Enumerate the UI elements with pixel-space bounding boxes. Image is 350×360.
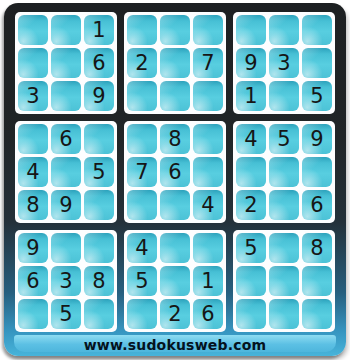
sudoku-box-1: 1639 <box>15 12 117 114</box>
sudoku-cell-r4c6[interactable] <box>193 124 223 154</box>
sudoku-cell-r9c9[interactable] <box>302 299 332 329</box>
sudoku-cell-r5c5[interactable]: 6 <box>160 157 190 187</box>
sudoku-cell-r5c7[interactable] <box>236 157 266 187</box>
sudoku-cell-r1c9[interactable] <box>302 15 332 45</box>
sudoku-cell-r8c4[interactable]: 5 <box>127 266 157 296</box>
sudoku-cell-r2c9[interactable] <box>302 48 332 78</box>
sudoku-cell-r5c2[interactable] <box>51 157 81 187</box>
sudoku-cell-r5c3[interactable]: 5 <box>84 157 114 187</box>
sudoku-cell-r3c3[interactable]: 9 <box>84 81 114 111</box>
sudoku-cell-r2c3[interactable]: 6 <box>84 48 114 78</box>
sudoku-box-8: 45126 <box>124 230 226 332</box>
sudoku-page: 163927931564589876445926963854512658 www… <box>0 0 350 360</box>
sudoku-cell-r2c7[interactable]: 9 <box>236 48 266 78</box>
sudoku-cell-r5c1[interactable]: 4 <box>18 157 48 187</box>
sudoku-box-5: 8764 <box>124 121 226 223</box>
sudoku-cell-r4c5[interactable]: 8 <box>160 124 190 154</box>
sudoku-cell-r8c9[interactable] <box>302 266 332 296</box>
sudoku-cell-r8c6[interactable]: 1 <box>193 266 223 296</box>
sudoku-cell-r2c2[interactable] <box>51 48 81 78</box>
sudoku-cell-r3c8[interactable] <box>269 81 299 111</box>
sudoku-cell-r8c3[interactable]: 8 <box>84 266 114 296</box>
sudoku-cell-r6c7[interactable]: 2 <box>236 190 266 220</box>
sudoku-cell-r7c1[interactable]: 9 <box>18 233 48 263</box>
website-link[interactable]: www.sudokusweb.com <box>84 337 267 354</box>
sudoku-cell-r1c8[interactable] <box>269 15 299 45</box>
sudoku-cell-r8c7[interactable] <box>236 266 266 296</box>
sudoku-cell-r5c8[interactable] <box>269 157 299 187</box>
sudoku-cell-r6c5[interactable] <box>160 190 190 220</box>
sudoku-cell-r4c1[interactable] <box>18 124 48 154</box>
sudoku-cell-r7c9[interactable]: 8 <box>302 233 332 263</box>
sudoku-cell-r9c5[interactable]: 2 <box>160 299 190 329</box>
sudoku-box-4: 64589 <box>15 121 117 223</box>
sudoku-cell-r1c3[interactable]: 1 <box>84 15 114 45</box>
sudoku-cell-r7c3[interactable] <box>84 233 114 263</box>
sudoku-box-6: 45926 <box>233 121 335 223</box>
sudoku-cell-r3c7[interactable]: 1 <box>236 81 266 111</box>
sudoku-cell-r5c9[interactable] <box>302 157 332 187</box>
sudoku-cell-r2c8[interactable]: 3 <box>269 48 299 78</box>
sudoku-cell-r4c2[interactable]: 6 <box>51 124 81 154</box>
sudoku-board: 163927931564589876445926963854512658 <box>15 12 335 332</box>
sudoku-cell-r7c2[interactable] <box>51 233 81 263</box>
sudoku-box-2: 27 <box>124 12 226 114</box>
sudoku-cell-r8c8[interactable] <box>269 266 299 296</box>
sudoku-cell-r9c4[interactable] <box>127 299 157 329</box>
sudoku-cell-r9c6[interactable]: 6 <box>193 299 223 329</box>
sudoku-cell-r6c6[interactable]: 4 <box>193 190 223 220</box>
sudoku-cell-r8c1[interactable]: 6 <box>18 266 48 296</box>
sudoku-cell-r9c8[interactable] <box>269 299 299 329</box>
sudoku-cell-r2c6[interactable]: 7 <box>193 48 223 78</box>
sudoku-cell-r6c1[interactable]: 8 <box>18 190 48 220</box>
sudoku-cell-r6c4[interactable] <box>127 190 157 220</box>
sudoku-cell-r3c2[interactable] <box>51 81 81 111</box>
sudoku-cell-r8c2[interactable]: 3 <box>51 266 81 296</box>
sudoku-cell-r2c5[interactable] <box>160 48 190 78</box>
sudoku-cell-r5c6[interactable] <box>193 157 223 187</box>
sudoku-cell-r4c8[interactable]: 5 <box>269 124 299 154</box>
sudoku-cell-r7c5[interactable] <box>160 233 190 263</box>
sudoku-cell-r8c5[interactable] <box>160 266 190 296</box>
sudoku-box-9: 58 <box>233 230 335 332</box>
sudoku-cell-r7c6[interactable] <box>193 233 223 263</box>
sudoku-cell-r3c5[interactable] <box>160 81 190 111</box>
sudoku-cell-r7c8[interactable] <box>269 233 299 263</box>
sudoku-cell-r4c9[interactable]: 9 <box>302 124 332 154</box>
sudoku-cell-r4c7[interactable]: 4 <box>236 124 266 154</box>
sudoku-box-7: 96385 <box>15 230 117 332</box>
sudoku-cell-r1c4[interactable] <box>127 15 157 45</box>
sudoku-cell-r6c8[interactable] <box>269 190 299 220</box>
sudoku-cell-r6c9[interactable]: 6 <box>302 190 332 220</box>
sudoku-cell-r3c4[interactable] <box>127 81 157 111</box>
footer-bar: www.sudokusweb.com <box>14 335 336 352</box>
sudoku-cell-r3c6[interactable] <box>193 81 223 111</box>
sudoku-cell-r9c2[interactable]: 5 <box>51 299 81 329</box>
sudoku-cell-r5c4[interactable]: 7 <box>127 157 157 187</box>
sudoku-box-3: 9315 <box>233 12 335 114</box>
sudoku-cell-r4c3[interactable] <box>84 124 114 154</box>
sudoku-board-frame: 163927931564589876445926963854512658 www… <box>4 3 346 356</box>
sudoku-cell-r7c4[interactable]: 4 <box>127 233 157 263</box>
sudoku-cell-r2c4[interactable]: 2 <box>127 48 157 78</box>
sudoku-cell-r1c1[interactable] <box>18 15 48 45</box>
sudoku-cell-r3c9[interactable]: 5 <box>302 81 332 111</box>
sudoku-cell-r1c6[interactable] <box>193 15 223 45</box>
sudoku-cell-r6c2[interactable]: 9 <box>51 190 81 220</box>
sudoku-cell-r6c3[interactable] <box>84 190 114 220</box>
sudoku-cell-r1c5[interactable] <box>160 15 190 45</box>
sudoku-cell-r9c1[interactable] <box>18 299 48 329</box>
sudoku-cell-r1c7[interactable] <box>236 15 266 45</box>
sudoku-cell-r9c7[interactable] <box>236 299 266 329</box>
sudoku-cell-r7c7[interactable]: 5 <box>236 233 266 263</box>
sudoku-cell-r3c1[interactable]: 3 <box>18 81 48 111</box>
sudoku-cell-r2c1[interactable] <box>18 48 48 78</box>
sudoku-cell-r4c4[interactable] <box>127 124 157 154</box>
sudoku-cell-r9c3[interactable] <box>84 299 114 329</box>
sudoku-cell-r1c2[interactable] <box>51 15 81 45</box>
